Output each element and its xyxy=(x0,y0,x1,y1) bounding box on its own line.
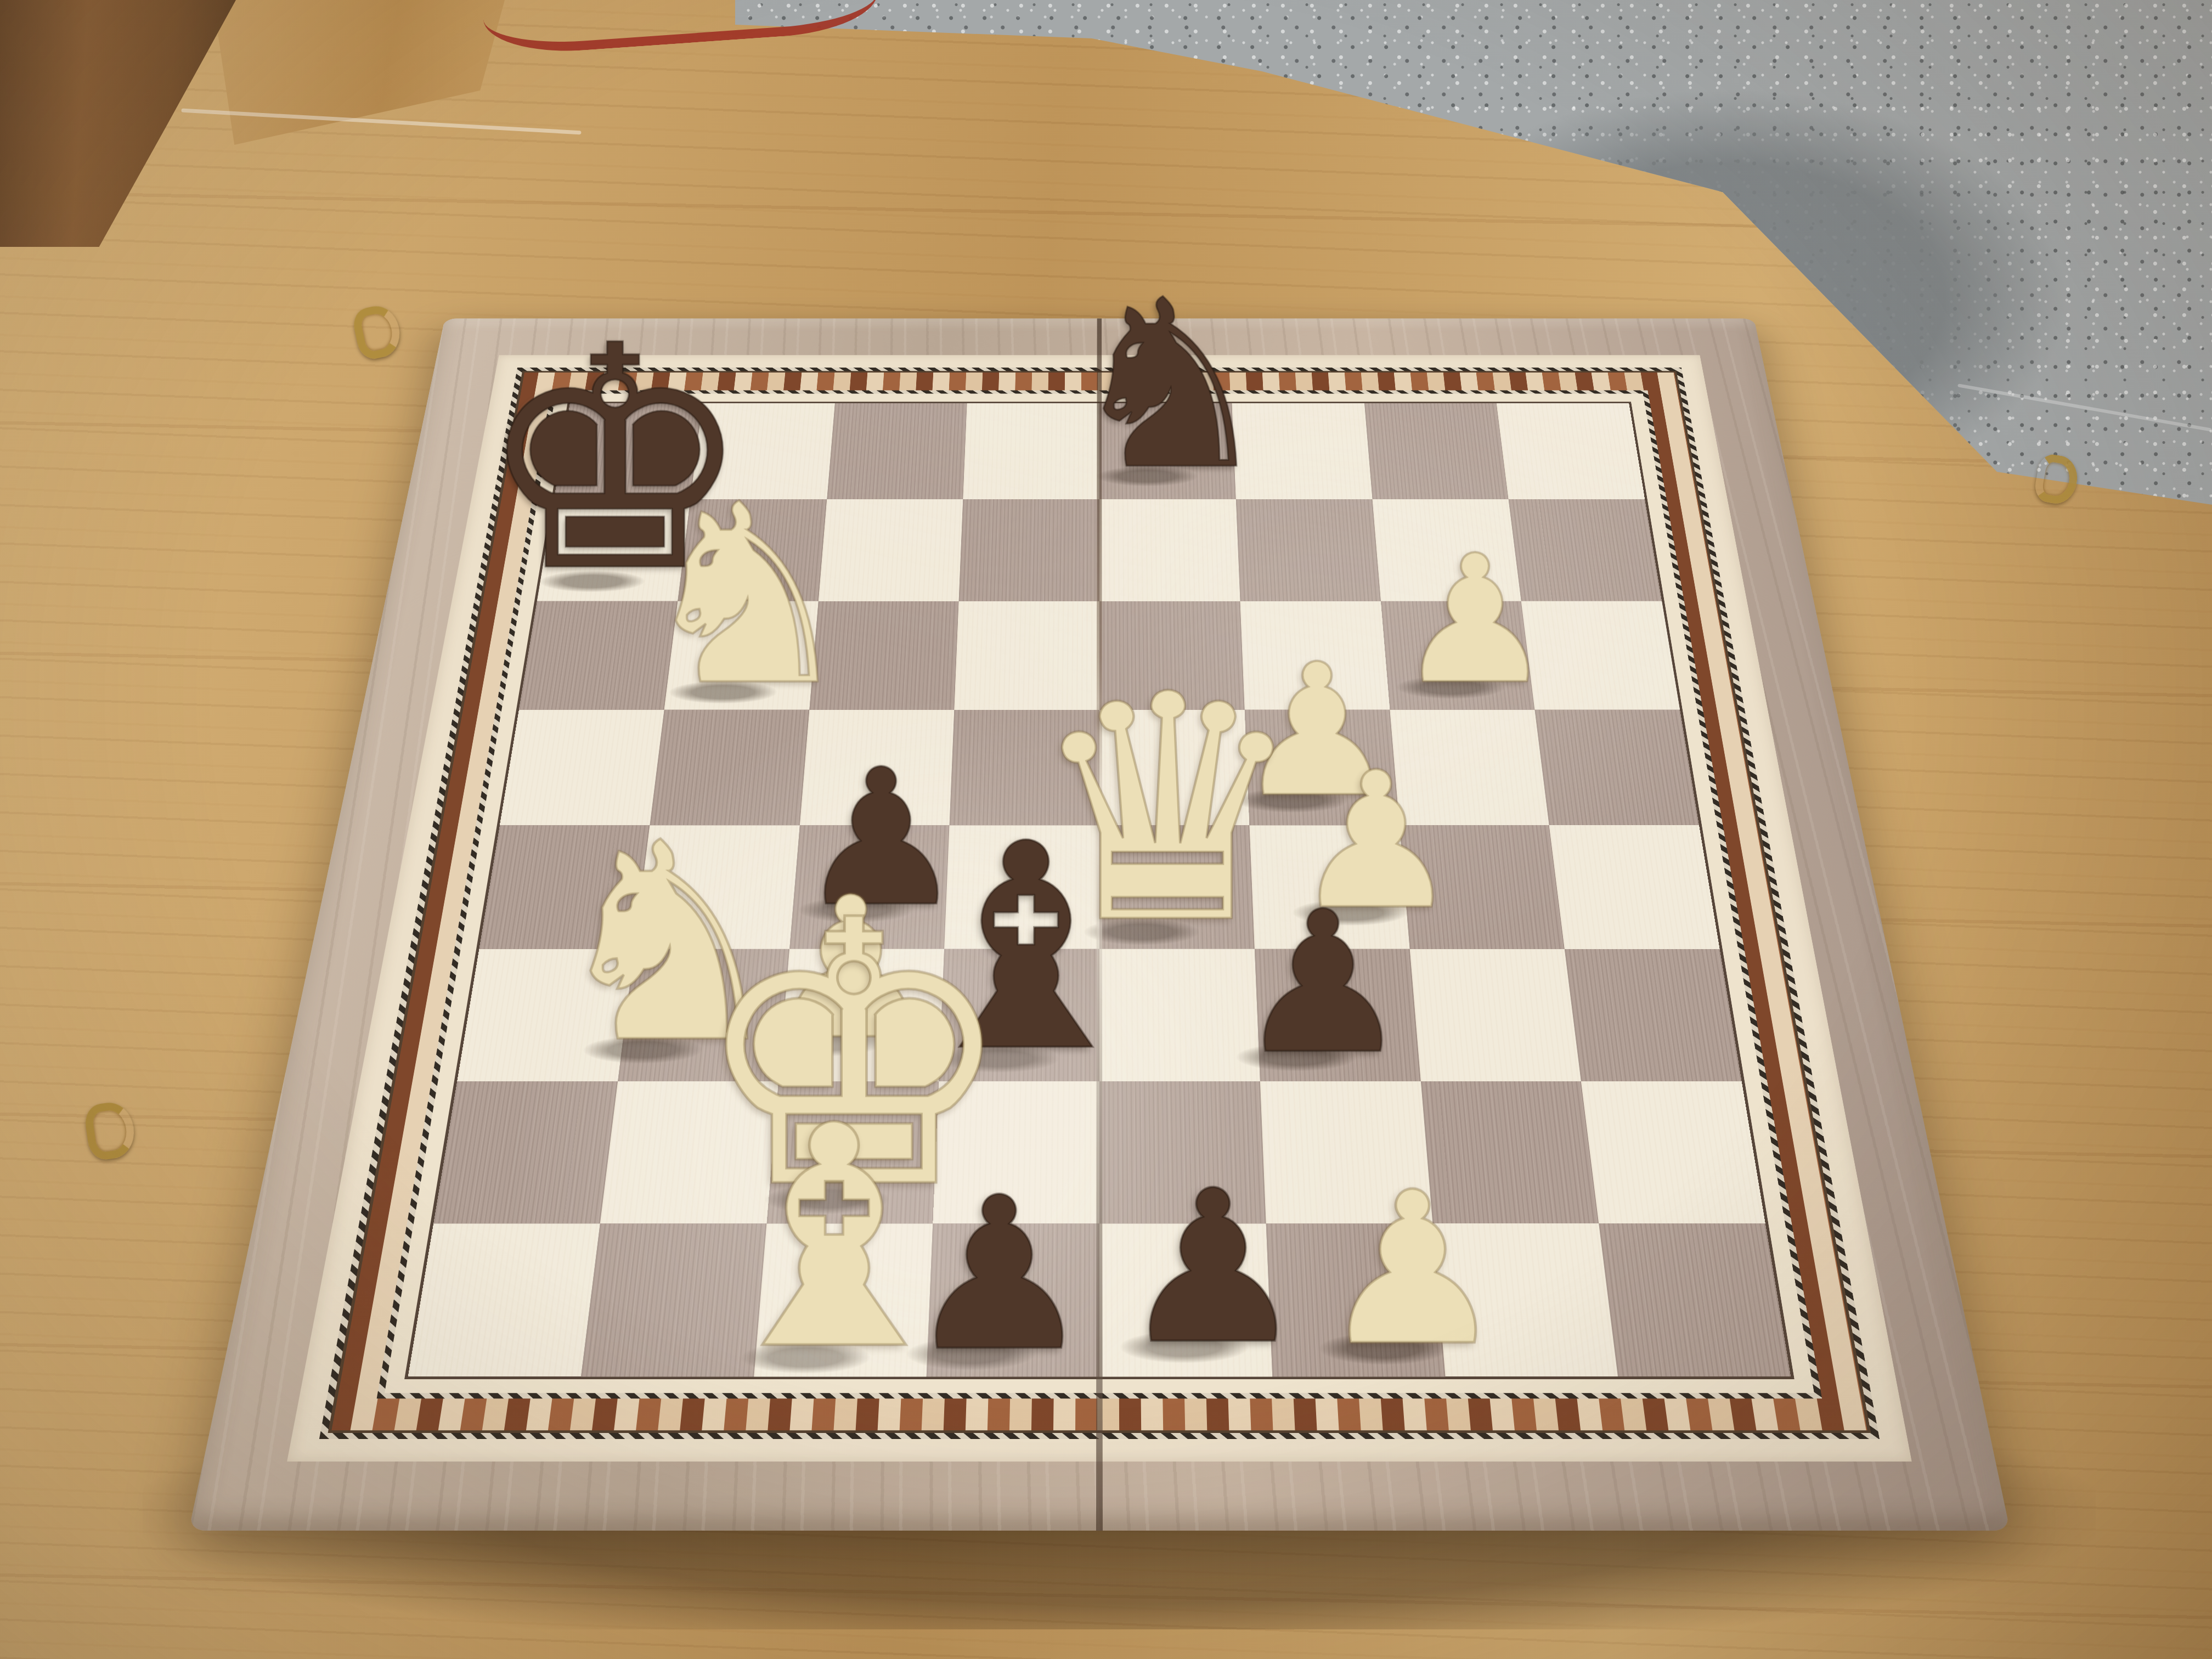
square-h3[interactable] xyxy=(1565,949,1742,1081)
square-a1[interactable] xyxy=(408,1223,600,1376)
light-wood-shelf xyxy=(198,0,505,165)
brass-latch-hook-bottom xyxy=(83,1100,137,1162)
square-b6[interactable]: ♞ xyxy=(664,601,818,710)
square-e8[interactable]: ♞ xyxy=(1099,403,1236,499)
photo-scene: { "game": "chess", "board": { "files": "… xyxy=(0,0,2212,1659)
piece-white-pawn-g6[interactable]: ♟ xyxy=(1396,548,1554,692)
square-c1[interactable]: ♝ xyxy=(754,1223,933,1376)
piece-white-bishop-c1[interactable]: ♝ xyxy=(697,1114,971,1364)
chess-board: ♞♚♞♟♟♟♛♟♞♟♝♟♚♝♟♟♟ xyxy=(189,318,2010,1531)
piece-white-pawn-f1[interactable]: ♟ xyxy=(1318,1183,1507,1356)
square-g6[interactable]: ♟ xyxy=(1381,601,1535,710)
brass-latch-hook-top xyxy=(351,302,404,362)
square-e1[interactable]: ♟ xyxy=(1099,1223,1272,1376)
piece-black-pawn-e1[interactable]: ♟ xyxy=(1119,1182,1307,1355)
square-g3[interactable] xyxy=(1409,949,1581,1081)
square-a2[interactable] xyxy=(433,1081,618,1223)
dark-wood-furniture-corner xyxy=(0,0,236,247)
piece-black-pawn-f3[interactable]: ♟ xyxy=(1235,903,1411,1063)
square-h5[interactable] xyxy=(1535,710,1700,826)
piece-white-knight-b6[interactable]: ♞ xyxy=(635,494,857,697)
square-f7[interactable] xyxy=(1236,499,1381,601)
square-d7[interactable] xyxy=(959,499,1099,601)
piece-black-knight-e8[interactable]: ♞ xyxy=(1066,290,1274,481)
square-f3[interactable]: ♟ xyxy=(1255,949,1421,1081)
red-cable xyxy=(481,0,880,57)
square-e7[interactable] xyxy=(1099,499,1240,601)
board-wooden-frame: ♞♚♞♟♟♟♛♟♞♟♝♟♚♝♟♟♟ xyxy=(189,318,2010,1531)
square-h1[interactable] xyxy=(1599,1223,1791,1376)
square-h2[interactable] xyxy=(1581,1081,1765,1223)
